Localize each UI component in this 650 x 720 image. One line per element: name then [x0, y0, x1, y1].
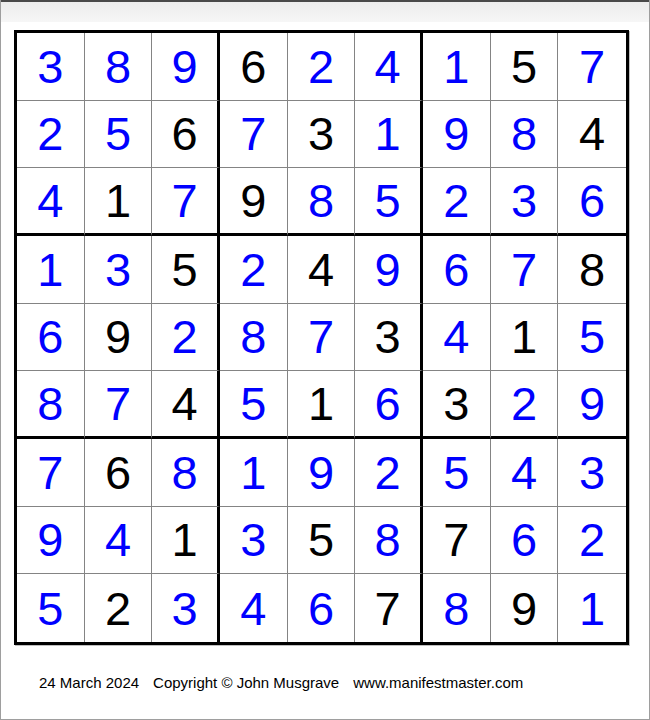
cell-r6c3: 4: [152, 371, 220, 439]
cell-r4c8: 7: [491, 236, 559, 304]
cell-r3c3: 7: [152, 168, 220, 236]
cell-r1c3: 9: [152, 33, 220, 101]
cell-r6c8: 2: [491, 371, 559, 439]
cell-r1c5: 2: [288, 33, 356, 101]
cell-r1c1: 3: [17, 33, 85, 101]
footer-website: www.manifestmaster.com: [353, 674, 523, 691]
cell-r2c1: 2: [17, 101, 85, 169]
cell-r8c8: 6: [491, 507, 559, 575]
cell-r2c6: 1: [355, 101, 423, 169]
cell-r9c1: 5: [17, 574, 85, 642]
footer: 24 March 2024 Copyright © John Musgrave …: [39, 674, 649, 691]
cell-r8c1: 9: [17, 507, 85, 575]
cell-r3c1: 4: [17, 168, 85, 236]
cell-r8c5: 5: [288, 507, 356, 575]
cell-r8c3: 1: [152, 507, 220, 575]
page: 3896241572567319844179852361352496786928…: [0, 0, 650, 720]
cell-r7c2: 6: [85, 439, 153, 507]
cell-r4c9: 8: [558, 236, 626, 304]
cell-r9c5: 6: [288, 574, 356, 642]
cell-r5c5: 7: [288, 304, 356, 372]
cell-r5c7: 4: [423, 304, 491, 372]
cell-r3c7: 2: [423, 168, 491, 236]
cell-r4c5: 4: [288, 236, 356, 304]
cell-r6c1: 8: [17, 371, 85, 439]
cell-r5c3: 2: [152, 304, 220, 372]
cell-r1c6: 4: [355, 33, 423, 101]
cell-r8c4: 3: [220, 507, 288, 575]
cell-r7c4: 1: [220, 439, 288, 507]
cell-r7c1: 7: [17, 439, 85, 507]
cell-r7c6: 2: [355, 439, 423, 507]
cell-r6c9: 9: [558, 371, 626, 439]
cell-r9c2: 2: [85, 574, 153, 642]
cell-r8c2: 4: [85, 507, 153, 575]
cell-r1c4: 6: [220, 33, 288, 101]
cell-r3c5: 8: [288, 168, 356, 236]
cell-r2c4: 7: [220, 101, 288, 169]
cell-r9c6: 7: [355, 574, 423, 642]
cell-r9c8: 9: [491, 574, 559, 642]
cell-r2c7: 9: [423, 101, 491, 169]
cell-r5c9: 5: [558, 304, 626, 372]
cell-r7c3: 8: [152, 439, 220, 507]
cell-r5c8: 1: [491, 304, 559, 372]
footer-date: 24 March 2024: [39, 674, 139, 691]
cell-r6c4: 5: [220, 371, 288, 439]
cell-r9c7: 8: [423, 574, 491, 642]
cell-r4c6: 9: [355, 236, 423, 304]
cell-r2c3: 6: [152, 101, 220, 169]
cell-r8c7: 7: [423, 507, 491, 575]
cell-r1c7: 1: [423, 33, 491, 101]
cell-r6c5: 1: [288, 371, 356, 439]
cell-r8c9: 2: [558, 507, 626, 575]
cell-r3c8: 3: [491, 168, 559, 236]
cell-r7c8: 4: [491, 439, 559, 507]
cell-r7c9: 3: [558, 439, 626, 507]
cell-r5c6: 3: [355, 304, 423, 372]
cell-r1c8: 5: [491, 33, 559, 101]
cell-r1c2: 8: [85, 33, 153, 101]
sudoku-grid: 3896241572567319844179852361352496786928…: [14, 30, 629, 645]
footer-copyright: Copyright © John Musgrave: [153, 674, 339, 691]
cell-r5c1: 6: [17, 304, 85, 372]
cell-r5c2: 9: [85, 304, 153, 372]
cell-r3c6: 5: [355, 168, 423, 236]
cell-r4c2: 3: [85, 236, 153, 304]
cell-r4c4: 2: [220, 236, 288, 304]
cell-r3c4: 9: [220, 168, 288, 236]
cell-r6c7: 3: [423, 371, 491, 439]
window-top-bar: [1, 0, 649, 22]
cell-r1c9: 7: [558, 33, 626, 101]
cell-r5c4: 8: [220, 304, 288, 372]
cell-r2c5: 3: [288, 101, 356, 169]
cell-r8c6: 8: [355, 507, 423, 575]
cell-r2c9: 4: [558, 101, 626, 169]
cell-r2c8: 8: [491, 101, 559, 169]
cell-r7c5: 9: [288, 439, 356, 507]
cell-r4c1: 1: [17, 236, 85, 304]
cell-r9c3: 3: [152, 574, 220, 642]
cell-r3c2: 1: [85, 168, 153, 236]
cell-r6c2: 7: [85, 371, 153, 439]
cell-r4c7: 6: [423, 236, 491, 304]
cell-r2c2: 5: [85, 101, 153, 169]
cell-r3c9: 6: [558, 168, 626, 236]
cell-r6c6: 6: [355, 371, 423, 439]
cell-r9c4: 4: [220, 574, 288, 642]
cell-r9c9: 1: [558, 574, 626, 642]
cell-r7c7: 5: [423, 439, 491, 507]
cell-r4c3: 5: [152, 236, 220, 304]
